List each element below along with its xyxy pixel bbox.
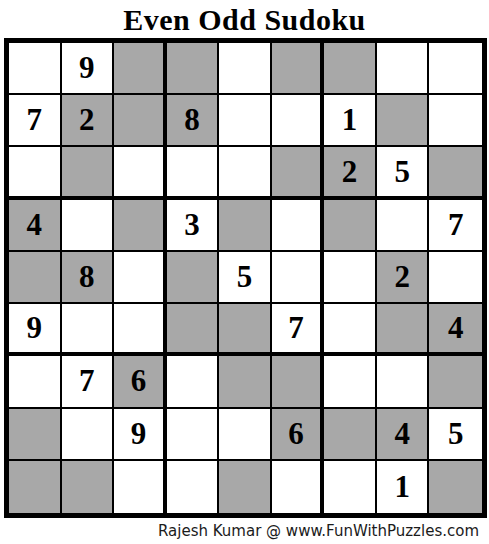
cell-r5c1[interactable]	[9, 252, 62, 304]
cell-r3c4[interactable]	[167, 147, 220, 199]
puzzle-page: Even Odd Sudoku 97281254378529747696451 …	[0, 0, 489, 544]
cell-r7c3: 6	[114, 356, 167, 408]
cell-r6c6: 7	[272, 304, 325, 356]
cell-r9c5[interactable]	[219, 461, 272, 513]
cell-r7c5[interactable]	[219, 356, 272, 408]
cell-r2c8[interactable]	[377, 95, 430, 147]
cell-r1c8[interactable]	[377, 43, 430, 95]
cell-r1c1[interactable]	[9, 43, 62, 95]
cell-r8c9: 5	[429, 409, 482, 461]
cell-r9c6[interactable]	[272, 461, 325, 513]
cell-r6c3[interactable]	[114, 304, 167, 356]
cell-r8c5[interactable]	[219, 409, 272, 461]
cell-r5c6[interactable]	[272, 252, 325, 304]
cell-r4c3[interactable]	[114, 200, 167, 252]
cell-r6c9: 4	[429, 304, 482, 356]
cell-r1c6[interactable]	[272, 43, 325, 95]
cell-r1c5[interactable]	[219, 43, 272, 95]
puzzle-title: Even Odd Sudoku	[0, 0, 489, 38]
cell-r9c1[interactable]	[9, 461, 62, 513]
cell-r4c8[interactable]	[377, 200, 430, 252]
cell-r7c1[interactable]	[9, 356, 62, 408]
cell-r6c7[interactable]	[324, 304, 377, 356]
cell-r2c1: 7	[9, 95, 62, 147]
cell-r8c4[interactable]	[167, 409, 220, 461]
cell-r8c8: 4	[377, 409, 430, 461]
cell-r2c9[interactable]	[429, 95, 482, 147]
cell-r9c9[interactable]	[429, 461, 482, 513]
cell-r3c6[interactable]	[272, 147, 325, 199]
cell-r3c7: 2	[324, 147, 377, 199]
cell-r2c5[interactable]	[219, 95, 272, 147]
credit-text: Rajesh Kumar @ www.FunWithPuzzles.com	[0, 522, 489, 540]
cell-r4c9: 7	[429, 200, 482, 252]
cell-r7c4[interactable]	[167, 356, 220, 408]
sudoku-board: 97281254378529747696451	[4, 38, 487, 518]
cell-r4c6[interactable]	[272, 200, 325, 252]
cell-r1c2: 9	[62, 43, 115, 95]
cell-r6c2[interactable]	[62, 304, 115, 356]
cell-r5c4[interactable]	[167, 252, 220, 304]
cell-r5c8: 2	[377, 252, 430, 304]
cell-r1c9[interactable]	[429, 43, 482, 95]
cell-r1c3[interactable]	[114, 43, 167, 95]
cell-r6c5[interactable]	[219, 304, 272, 356]
cell-r6c4[interactable]	[167, 304, 220, 356]
cell-r6c8[interactable]	[377, 304, 430, 356]
cell-r7c8[interactable]	[377, 356, 430, 408]
cell-r9c2[interactable]	[62, 461, 115, 513]
cell-r2c7: 1	[324, 95, 377, 147]
cell-r9c4[interactable]	[167, 461, 220, 513]
cell-r8c6: 6	[272, 409, 325, 461]
cell-r8c3: 9	[114, 409, 167, 461]
cell-r2c2: 2	[62, 95, 115, 147]
cell-r3c2[interactable]	[62, 147, 115, 199]
cell-r5c5: 5	[219, 252, 272, 304]
cell-r9c7[interactable]	[324, 461, 377, 513]
cell-r5c9[interactable]	[429, 252, 482, 304]
cell-r7c9[interactable]	[429, 356, 482, 408]
cell-r5c7[interactable]	[324, 252, 377, 304]
cell-r8c1[interactable]	[9, 409, 62, 461]
cell-r8c7[interactable]	[324, 409, 377, 461]
cell-r5c2: 8	[62, 252, 115, 304]
cell-r1c7[interactable]	[324, 43, 377, 95]
cell-r3c5[interactable]	[219, 147, 272, 199]
cell-r7c7[interactable]	[324, 356, 377, 408]
cell-r4c4: 3	[167, 200, 220, 252]
cell-r2c4: 8	[167, 95, 220, 147]
cell-r3c1[interactable]	[9, 147, 62, 199]
cell-r4c5[interactable]	[219, 200, 272, 252]
cell-r9c8: 1	[377, 461, 430, 513]
cell-r7c6[interactable]	[272, 356, 325, 408]
cell-r4c7[interactable]	[324, 200, 377, 252]
cell-r4c1: 4	[9, 200, 62, 252]
cell-r3c3[interactable]	[114, 147, 167, 199]
cell-r6c1: 9	[9, 304, 62, 356]
cell-r5c3[interactable]	[114, 252, 167, 304]
cell-r2c3[interactable]	[114, 95, 167, 147]
cell-r2c6[interactable]	[272, 95, 325, 147]
cell-r4c2[interactable]	[62, 200, 115, 252]
cell-r3c8: 5	[377, 147, 430, 199]
cell-r1c4[interactable]	[167, 43, 220, 95]
cell-r8c2[interactable]	[62, 409, 115, 461]
cell-r3c9[interactable]	[429, 147, 482, 199]
cell-r9c3[interactable]	[114, 461, 167, 513]
cell-r7c2: 7	[62, 356, 115, 408]
